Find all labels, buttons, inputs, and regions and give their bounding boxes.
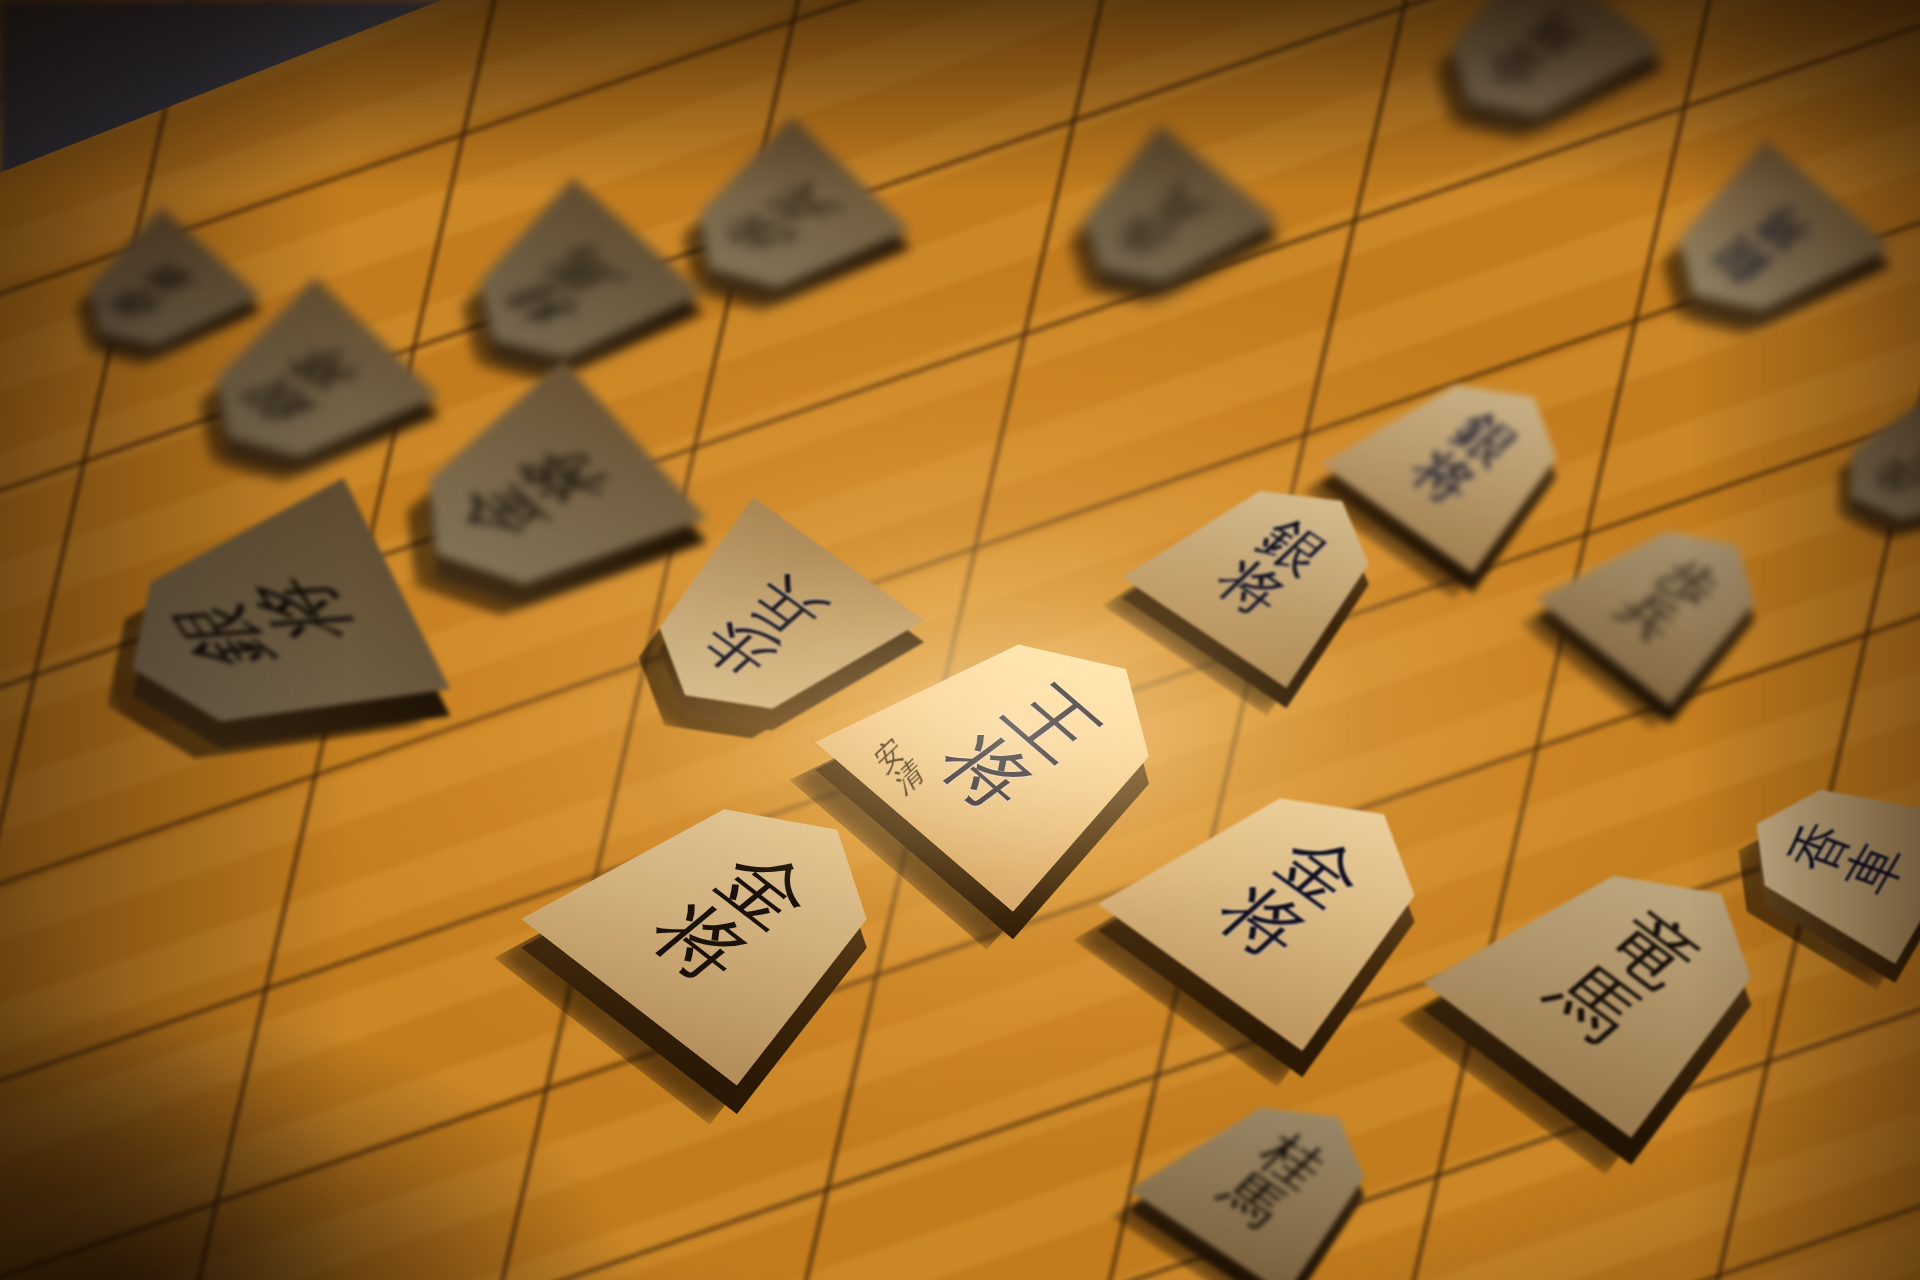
piece-pawn-right: 歩兵 xyxy=(1575,504,1765,694)
piece-pawn-mid-left: 歩兵 xyxy=(647,512,877,742)
piece-kanji-far-knight: 桂馬 xyxy=(502,239,630,338)
piece-kanji-pawn-right: 歩兵 xyxy=(1609,550,1732,648)
piece-face: 歩兵 xyxy=(1536,492,1805,707)
piece-silver-cursive-left: 銀将 xyxy=(122,483,407,768)
piece-gold-left: 金将 xyxy=(583,766,883,1066)
piece-kanji-dragon-horse: 竜馬 xyxy=(1534,902,1715,1051)
piece-kanji-far-silver: 銀将 xyxy=(239,338,368,435)
piece-silver-mid-right: 銀将 xyxy=(1362,356,1567,561)
piece-king: 王将安清 xyxy=(875,603,1165,893)
piece-face: 竜馬 xyxy=(1423,816,1826,1138)
piece-kanji-silver-cursive-left: 銀将 xyxy=(168,568,362,684)
piece-far-pawn-edge: 歩兵 xyxy=(1841,392,1920,542)
piece-kanji-far-lance: 香車 xyxy=(106,254,204,330)
piece-kanji-knight: 桂馬 xyxy=(1209,1126,1337,1234)
piece-kanji-silver-right: 銀将 xyxy=(1206,510,1340,624)
piece-far-gold-cursive: 金将 xyxy=(413,374,658,619)
piece-kanji-far-pawn-2: 歩兵 xyxy=(1105,178,1215,266)
piece-kanji-lance-right: 香車 xyxy=(1779,815,1915,900)
piece-kanji-far-gold-top-right: 金将 xyxy=(1474,1,1593,96)
piece-kanji-gold-left: 金将 xyxy=(637,839,829,995)
piece-dragon-horse: 竜馬 xyxy=(1482,834,1767,1119)
photo-stage: 王将安清金将金将銀将銀将歩兵香車竜馬桂馬歩兵銀将香車銀将金将桂馬歩兵歩兵金将銀将… xyxy=(0,0,1920,1280)
piece-kanji-pawn-mid-left: 歩兵 xyxy=(690,567,835,688)
piece-lance-right: 香車 xyxy=(1747,758,1920,958)
piece-silver-right: 銀将 xyxy=(1165,460,1380,675)
piece-far-silver-right: 銀将 xyxy=(1668,152,1853,337)
piece-kanji-gold-right: 金将 xyxy=(1205,824,1379,968)
piece-kanji-king: 王将 xyxy=(925,674,1114,822)
piece-far-gold-top-right: 金将 xyxy=(1442,0,1627,141)
piece-knight: 桂馬 xyxy=(1170,1078,1375,1280)
piece-face: 金将 xyxy=(521,747,945,1086)
piece-kanji-silver-mid-right: 銀将 xyxy=(1400,404,1530,511)
piece-kanji-far-pawn-edge: 歩兵 xyxy=(1865,433,1920,501)
piece-gold-right: 金将 xyxy=(1155,759,1430,1034)
piece-far-pawn-1: 歩兵 xyxy=(689,129,874,314)
piece-kanji-far-silver-right: 銀将 xyxy=(1700,197,1821,291)
piece-far-pawn-2: 歩兵 xyxy=(1075,136,1245,306)
piece-kanji-far-gold-cursive: 金将 xyxy=(453,438,618,556)
piece-kanji-far-pawn-1: 歩兵 xyxy=(720,175,842,267)
piece-far-knight: 桂馬 xyxy=(469,191,664,386)
piece-far-silver: 銀将 xyxy=(206,289,401,484)
piece-face: 銀将 xyxy=(1122,446,1425,688)
